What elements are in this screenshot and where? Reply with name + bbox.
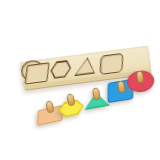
slot-square-2[interactable] xyxy=(100,53,124,75)
slot-hexagon-outline xyxy=(49,59,72,79)
slot-triangle-outline xyxy=(74,56,97,76)
slot-triangle-recess xyxy=(76,58,96,75)
slot-triangle[interactable] xyxy=(74,56,97,76)
slot-hexagon[interactable] xyxy=(49,59,72,79)
product-photo-shape-puzzle xyxy=(0,0,160,160)
slot-square-1[interactable] xyxy=(25,62,50,84)
slot-hexagon-recess xyxy=(51,61,71,78)
piece-circle-red[interactable] xyxy=(124,66,154,94)
